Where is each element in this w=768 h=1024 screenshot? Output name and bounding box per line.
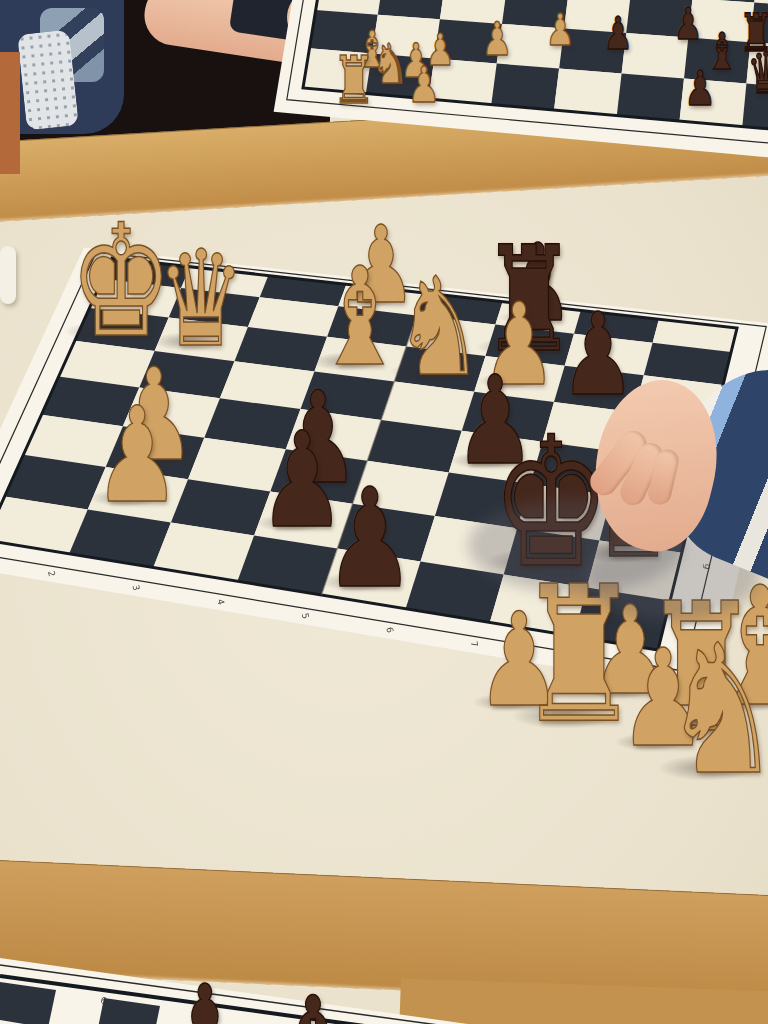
background-piece-pawn: ♟ (603, 11, 633, 56)
captured-white-knight[interactable]: ♞ (663, 621, 768, 800)
bottom-board-piece-bishop: ♝ (272, 980, 355, 1024)
background-piece-queen: ♛ (747, 45, 768, 102)
background-piece-rook: ♜ (332, 48, 376, 114)
photo-scene: 234567cdefg6 ♛♟♚♟♜♟♟♞♟♟♝♟♟♛♟♟♚♟♜♟♟♜♞♝♜♞♝… (0, 0, 768, 1024)
piece-white-pawn-g2[interactable]: ♟ (93, 390, 181, 522)
background-piece-pawn: ♟ (545, 8, 574, 52)
bottom-board-piece-pawn: ♟ (167, 970, 243, 1024)
background-piece-knight: ♞ (372, 37, 408, 92)
background-piece-pawn: ♟ (482, 16, 513, 62)
piece-black-pawn-c7[interactable]: ♟ (561, 298, 636, 412)
background-piece-pawn: ♟ (684, 64, 716, 112)
background-piece-pawn: ♟ (673, 2, 702, 46)
piece-black-pawn-h5[interactable]: ♟ (325, 470, 416, 607)
background-piece-pawn: ♟ (408, 61, 441, 111)
